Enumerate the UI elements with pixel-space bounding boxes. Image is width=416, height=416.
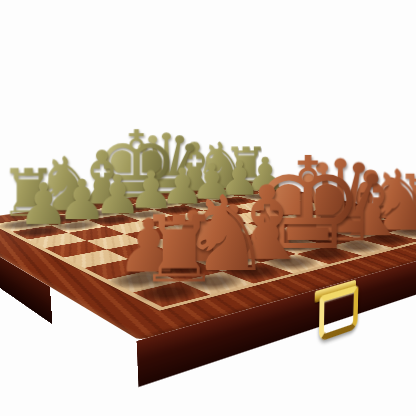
chess-set-photo: ♜♞♟♝♟♛♟♚♟♝♟♞♟♜♟♟♟♟♜♟♞♟♝♟♛♟♚♟♝♟♞♜	[0, 0, 416, 416]
scene: ♜♞♟♝♟♛♟♚♟♝♟♞♟♜♟♟♟♟♜♟♞♟♝♟♛♟♚♟♝♟♞♜	[0, 0, 416, 416]
piece-black-rook[interactable]: ♜	[67, 205, 291, 297]
chess-board: ♜♞♟♝♟♛♟♚♟♝♟♞♟♜♟♟♟♟♜♟♞♟♝♟♛♟♚♟♝♟♞♜	[0, 181, 416, 340]
clasp-handle	[312, 279, 357, 329]
